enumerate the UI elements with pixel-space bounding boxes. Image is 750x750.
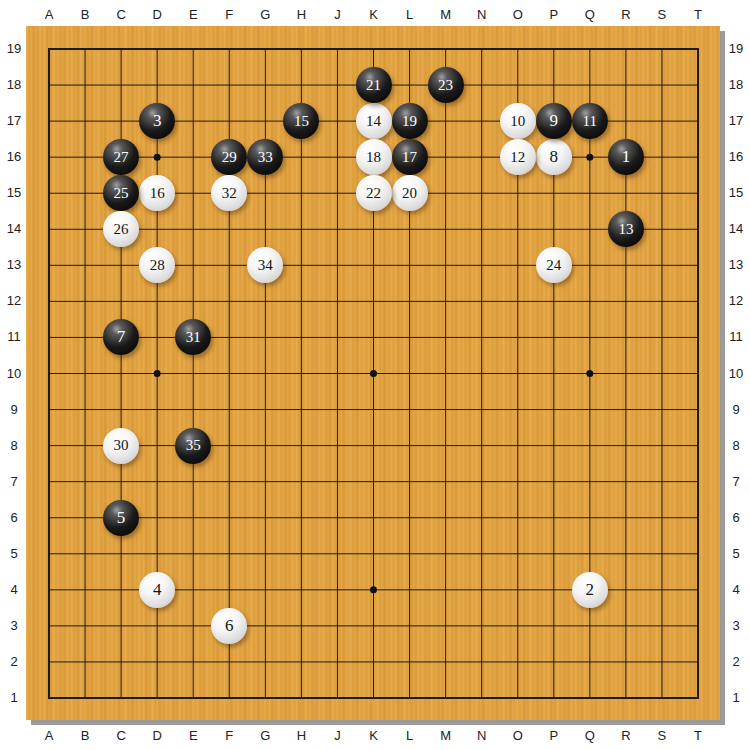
row-label-left-2: 2 bbox=[1, 655, 27, 669]
stone-white-P13: 24 bbox=[536, 247, 572, 283]
stone-white-K15: 22 bbox=[356, 175, 392, 211]
col-label-bottom-S: S bbox=[648, 729, 676, 743]
col-label-bottom-L: L bbox=[396, 729, 424, 743]
row-label-left-19: 19 bbox=[1, 42, 27, 56]
row-label-right-1: 1 bbox=[723, 691, 749, 705]
stone-black-E8: 35 bbox=[175, 428, 211, 464]
col-label-bottom-F: F bbox=[215, 729, 243, 743]
col-label-bottom-R: R bbox=[612, 729, 640, 743]
star-point bbox=[154, 370, 161, 377]
row-label-right-4: 4 bbox=[723, 583, 749, 597]
row-label-right-12: 12 bbox=[723, 294, 749, 308]
col-label-top-L: L bbox=[396, 8, 424, 22]
col-label-bottom-C: C bbox=[107, 729, 135, 743]
col-label-top-R: R bbox=[612, 8, 640, 22]
stone-black-P17: 9 bbox=[536, 103, 572, 139]
col-label-bottom-B: B bbox=[71, 729, 99, 743]
row-label-right-10: 10 bbox=[723, 367, 749, 381]
row-label-right-11: 11 bbox=[723, 330, 749, 344]
col-label-top-G: G bbox=[251, 8, 279, 22]
star-point bbox=[370, 370, 377, 377]
row-label-right-14: 14 bbox=[723, 222, 749, 236]
star-point bbox=[154, 154, 161, 161]
stone-white-P16: 8 bbox=[536, 139, 572, 175]
row-label-left-13: 13 bbox=[1, 258, 27, 272]
col-label-top-Q: Q bbox=[576, 8, 604, 22]
col-label-top-O: O bbox=[504, 8, 532, 22]
stone-black-R16: 1 bbox=[608, 139, 644, 175]
row-label-left-4: 4 bbox=[1, 583, 27, 597]
row-label-right-13: 13 bbox=[723, 258, 749, 272]
row-label-left-14: 14 bbox=[1, 222, 27, 236]
stone-black-L16: 17 bbox=[392, 139, 428, 175]
col-label-top-E: E bbox=[179, 8, 207, 22]
row-label-left-17: 17 bbox=[1, 114, 27, 128]
col-label-top-S: S bbox=[648, 8, 676, 22]
row-label-left-10: 10 bbox=[1, 367, 27, 381]
stone-black-M18: 23 bbox=[428, 67, 464, 103]
go-diagram: 1234567891011121314151617181920212223242… bbox=[0, 0, 750, 750]
col-label-bottom-Q: Q bbox=[576, 729, 604, 743]
col-label-bottom-J: J bbox=[323, 729, 351, 743]
stone-black-Q17: 11 bbox=[572, 103, 608, 139]
stone-black-R14: 13 bbox=[608, 211, 644, 247]
stone-white-K17: 14 bbox=[356, 103, 392, 139]
row-label-left-7: 7 bbox=[1, 475, 27, 489]
col-label-top-P: P bbox=[540, 8, 568, 22]
star-point bbox=[586, 370, 593, 377]
stone-white-F3: 6 bbox=[211, 608, 247, 644]
row-label-left-11: 11 bbox=[1, 330, 27, 344]
col-label-top-T: T bbox=[684, 8, 712, 22]
row-label-left-5: 5 bbox=[1, 547, 27, 561]
row-label-left-18: 18 bbox=[1, 78, 27, 92]
row-label-right-6: 6 bbox=[723, 511, 749, 525]
star-point bbox=[586, 154, 593, 161]
row-label-left-9: 9 bbox=[1, 403, 27, 417]
col-label-bottom-E: E bbox=[179, 729, 207, 743]
row-label-right-15: 15 bbox=[723, 186, 749, 200]
row-label-right-9: 9 bbox=[723, 403, 749, 417]
col-label-bottom-N: N bbox=[468, 729, 496, 743]
stone-white-O17: 10 bbox=[500, 103, 536, 139]
row-label-left-8: 8 bbox=[1, 439, 27, 453]
go-board[interactable]: 1234567891011121314151617181920212223242… bbox=[26, 26, 720, 720]
star-point bbox=[370, 586, 377, 593]
col-label-top-M: M bbox=[432, 8, 460, 22]
col-label-bottom-G: G bbox=[251, 729, 279, 743]
col-label-top-C: C bbox=[107, 8, 135, 22]
stone-black-D17: 3 bbox=[139, 103, 175, 139]
row-label-right-2: 2 bbox=[723, 655, 749, 669]
col-label-top-H: H bbox=[287, 8, 315, 22]
row-label-left-16: 16 bbox=[1, 150, 27, 164]
stone-white-D4: 4 bbox=[139, 572, 175, 608]
col-label-bottom-O: O bbox=[504, 729, 532, 743]
col-label-bottom-P: P bbox=[540, 729, 568, 743]
row-label-right-17: 17 bbox=[723, 114, 749, 128]
stone-black-L17: 19 bbox=[392, 103, 428, 139]
stone-white-Q4: 2 bbox=[572, 572, 608, 608]
row-label-right-8: 8 bbox=[723, 439, 749, 453]
row-label-right-3: 3 bbox=[723, 619, 749, 633]
col-label-bottom-T: T bbox=[684, 729, 712, 743]
col-label-bottom-D: D bbox=[143, 729, 171, 743]
stone-white-L15: 20 bbox=[392, 175, 428, 211]
col-label-top-B: B bbox=[71, 8, 99, 22]
stone-white-O16: 12 bbox=[500, 139, 536, 175]
col-label-top-J: J bbox=[323, 8, 351, 22]
stone-white-C8: 30 bbox=[103, 428, 139, 464]
col-label-top-N: N bbox=[468, 8, 496, 22]
col-label-top-A: A bbox=[35, 8, 63, 22]
col-label-top-D: D bbox=[143, 8, 171, 22]
row-label-left-3: 3 bbox=[1, 619, 27, 633]
col-label-top-K: K bbox=[360, 8, 388, 22]
row-label-left-12: 12 bbox=[1, 294, 27, 308]
col-label-bottom-H: H bbox=[287, 729, 315, 743]
row-label-left-6: 6 bbox=[1, 511, 27, 525]
col-label-bottom-K: K bbox=[360, 729, 388, 743]
row-label-right-7: 7 bbox=[723, 475, 749, 489]
stone-black-K18: 21 bbox=[356, 67, 392, 103]
row-label-right-19: 19 bbox=[723, 42, 749, 56]
row-label-left-1: 1 bbox=[1, 691, 27, 705]
row-label-right-5: 5 bbox=[723, 547, 749, 561]
col-label-top-F: F bbox=[215, 8, 243, 22]
col-label-bottom-A: A bbox=[35, 729, 63, 743]
row-label-right-18: 18 bbox=[723, 78, 749, 92]
col-label-bottom-M: M bbox=[432, 729, 460, 743]
stone-black-C16: 27 bbox=[103, 139, 139, 175]
row-label-left-15: 15 bbox=[1, 186, 27, 200]
stone-black-C6: 5 bbox=[103, 500, 139, 536]
stone-white-K16: 18 bbox=[356, 139, 392, 175]
row-label-right-16: 16 bbox=[723, 150, 749, 164]
